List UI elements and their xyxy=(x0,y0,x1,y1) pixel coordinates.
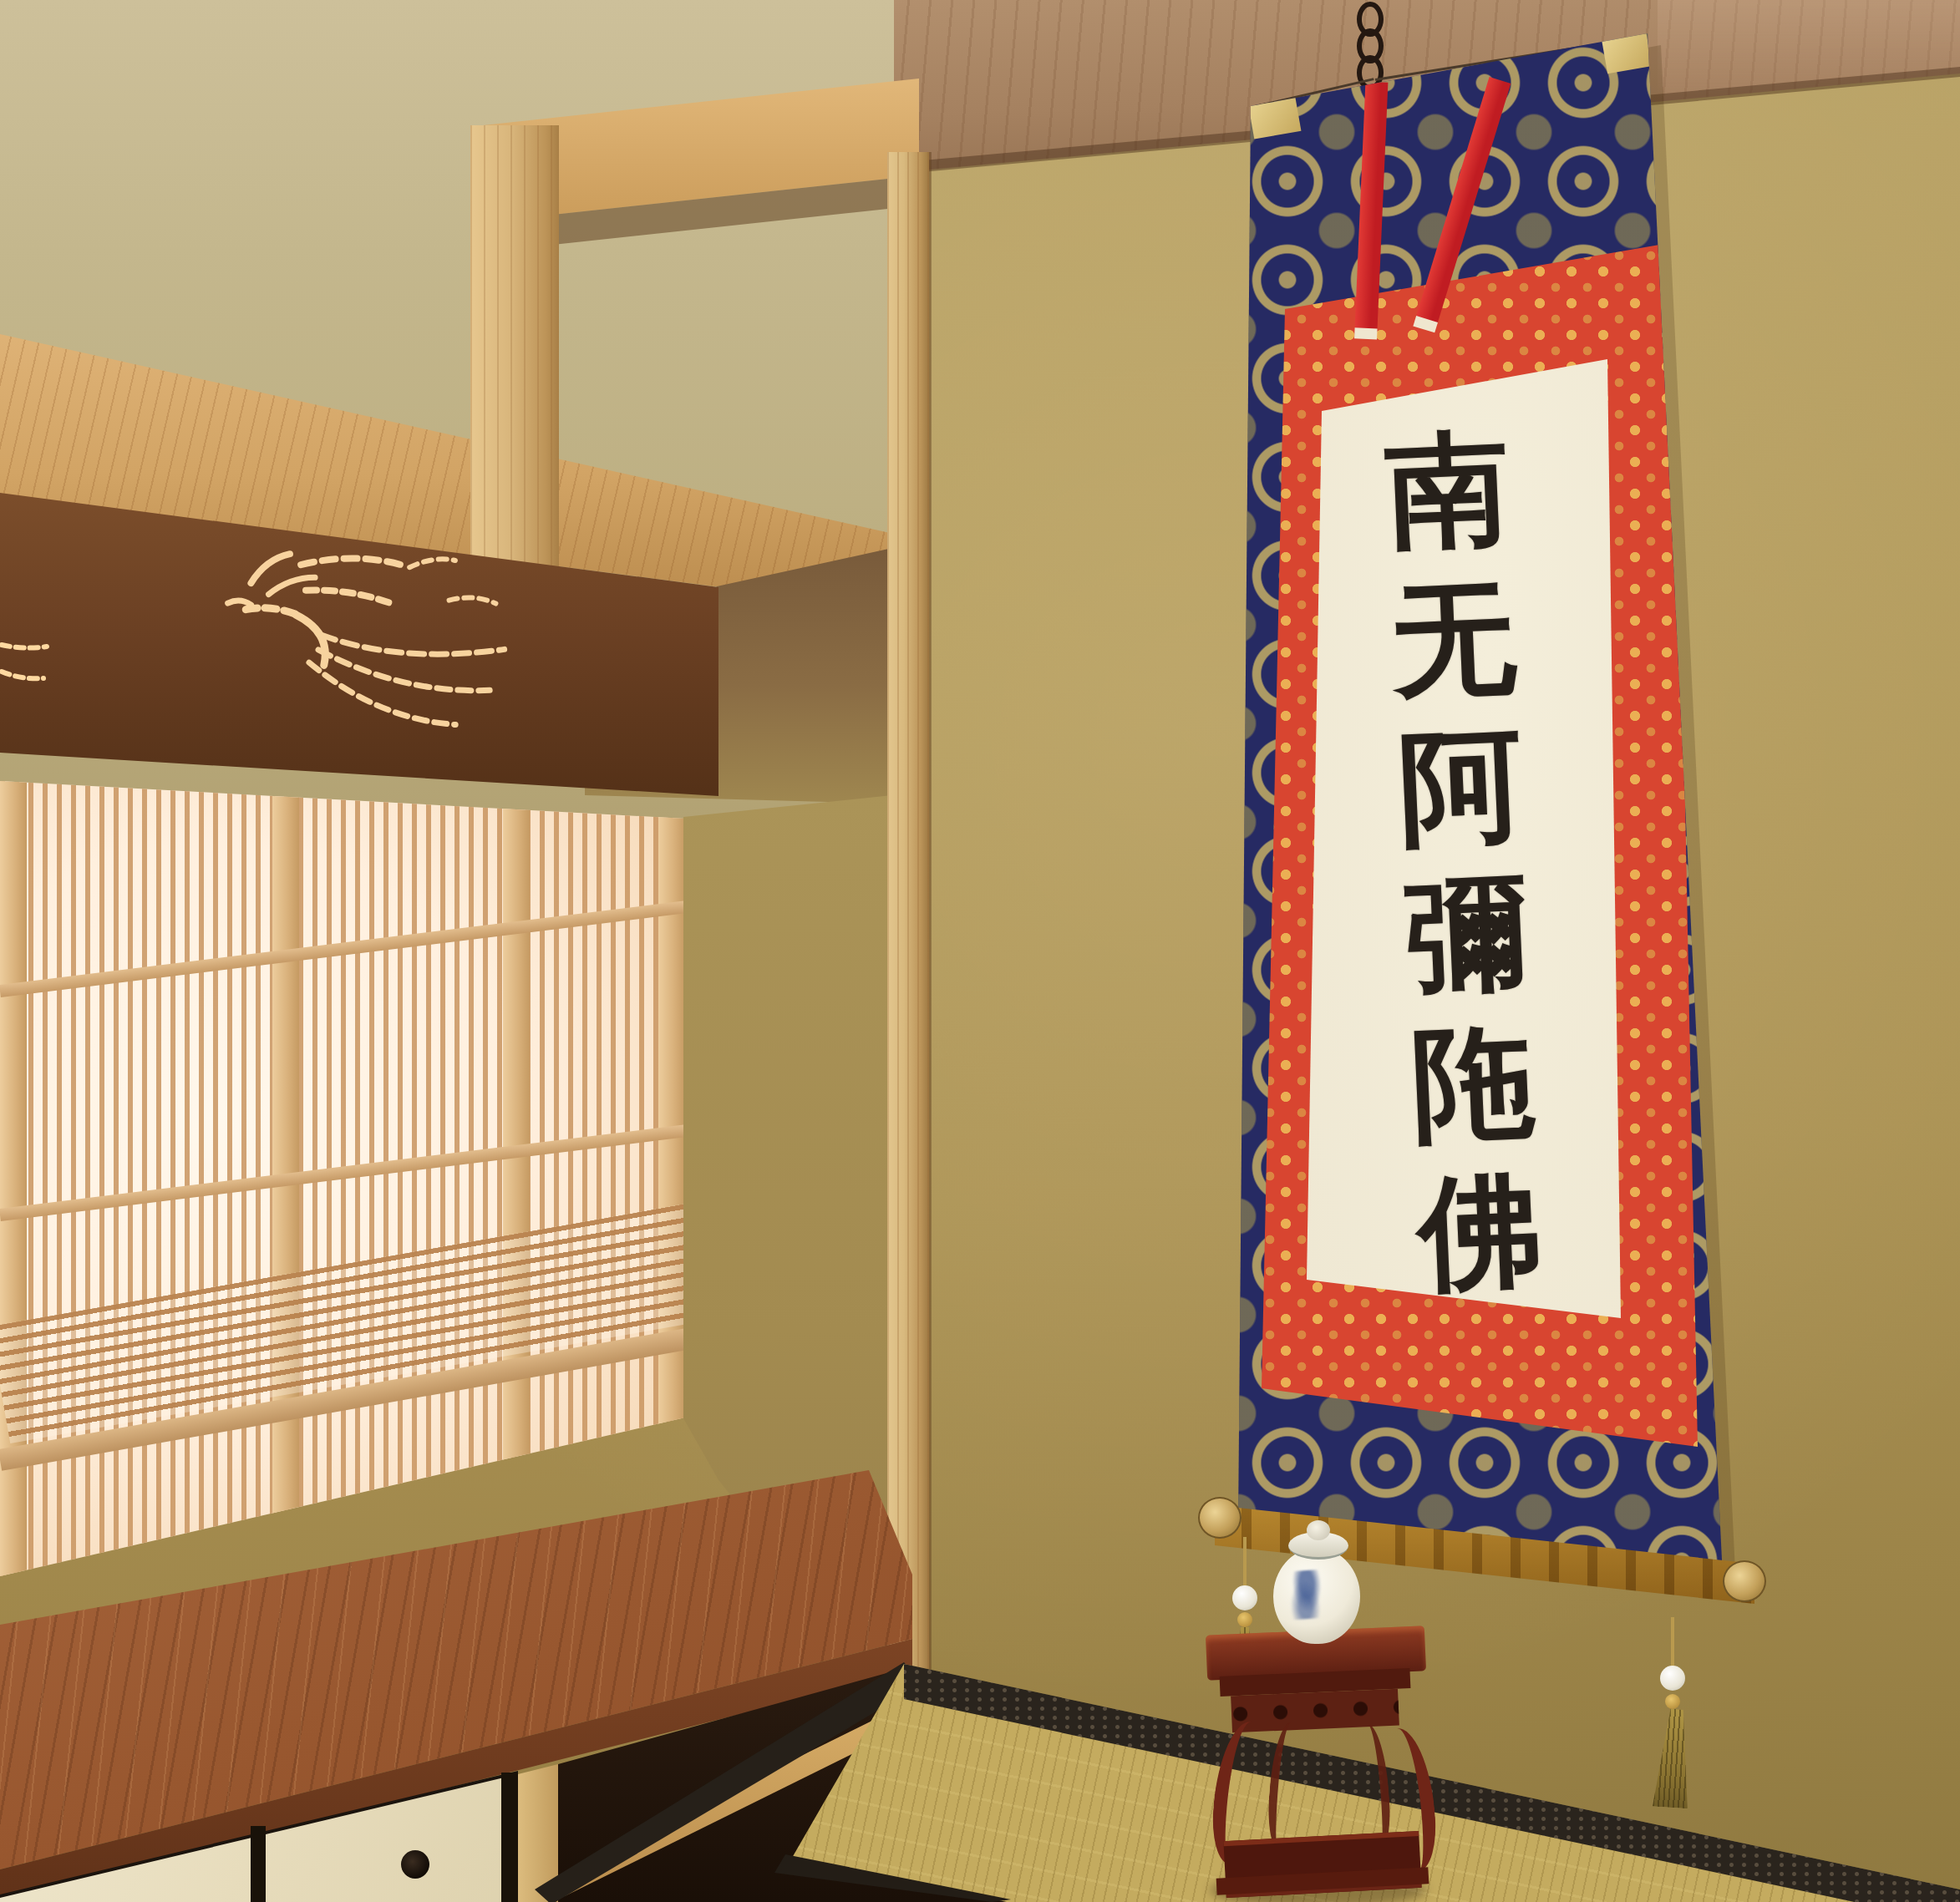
carved-wooden-stand xyxy=(1201,1622,1445,1902)
cabinet-door-frame-bar xyxy=(251,1826,266,1902)
tassel-cord xyxy=(1243,1537,1247,1589)
tassel-fringe xyxy=(1653,1708,1694,1809)
tatami-room-photo: 南 无 阿 彌 陁 佛 xyxy=(0,0,1960,1902)
cabinet-door-handle xyxy=(401,1850,429,1879)
phoenix-carving-fragment-icon xyxy=(0,628,53,700)
jar-blue-painting xyxy=(1288,1570,1327,1621)
corner-post-grain xyxy=(887,152,932,1681)
cabinet-door-frame-bar xyxy=(501,1773,518,1902)
calligraphy-char-5: 陁 xyxy=(1409,1015,1538,1152)
phoenix-carving-icon xyxy=(189,503,597,755)
scroll-roller-knob xyxy=(1198,1497,1242,1539)
scroll-roller-knob xyxy=(1723,1560,1766,1602)
tassel-ball xyxy=(1232,1585,1257,1610)
front-pillar-grain xyxy=(470,125,559,576)
tassel-bead xyxy=(1665,1694,1680,1709)
calligraphy-char-4: 彌 xyxy=(1402,867,1531,1004)
scroll-brocade: 南 无 阿 彌 陁 佛 xyxy=(1238,33,1739,1587)
tassel-cord xyxy=(1671,1617,1674,1667)
scroll-gold-trim xyxy=(1602,30,1653,74)
porcelain-jar xyxy=(1270,1520,1367,1647)
jar-lid-knob xyxy=(1307,1520,1330,1540)
calligraphy-char-6: 佛 xyxy=(1415,1163,1545,1300)
calligraphy-char-1: 南 xyxy=(1383,422,1512,559)
calligraphy-char-3: 阿 xyxy=(1396,718,1526,855)
scroll-calligraphy: 南 无 阿 彌 陁 佛 xyxy=(1343,420,1584,1302)
calligraphy-char-2: 无 xyxy=(1389,571,1519,708)
scroll-gold-trim xyxy=(1248,94,1302,139)
tassel-ball xyxy=(1660,1666,1685,1691)
stand-leg xyxy=(1266,1722,1302,1849)
